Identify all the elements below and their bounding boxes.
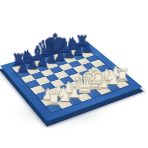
product-photo: ♜♞♝♛♚♝♞♜♟♟♟♟♟♟♟♟♟♟♟♟♟♟♟♟♜♞♝♛♚♝♞♜ xyxy=(0,0,148,148)
piece-blue-rook: ♜ xyxy=(75,34,89,50)
square-f2: ♟ xyxy=(90,80,105,89)
piece-white-rook: ♜ xyxy=(114,66,130,83)
square-a7: ♟ xyxy=(16,70,30,78)
